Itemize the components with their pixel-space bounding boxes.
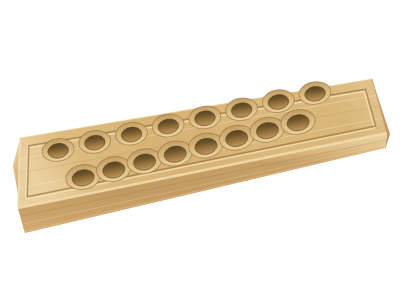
mancala-board-photo [0,0,400,300]
photo-stage [0,0,400,300]
